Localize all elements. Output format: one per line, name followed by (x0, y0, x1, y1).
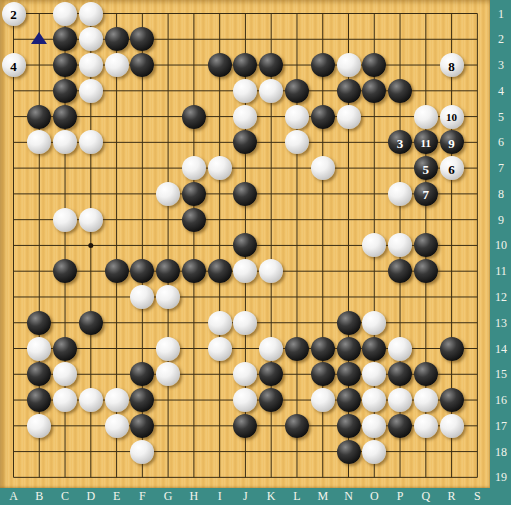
black-stone[interactable] (337, 388, 361, 412)
white-stone[interactable] (105, 53, 129, 77)
black-stone[interactable] (414, 259, 438, 283)
black-stone[interactable] (311, 362, 335, 386)
white-stone[interactable] (156, 285, 180, 309)
white-stone[interactable] (79, 27, 103, 51)
move-number-label: 7 (423, 188, 430, 201)
row-label-3: 3 (498, 59, 504, 71)
column-label-K: K (267, 490, 276, 502)
column-label-F: F (139, 490, 146, 502)
black-stone[interactable] (53, 79, 77, 103)
white-stone[interactable] (53, 388, 77, 412)
black-stone[interactable] (388, 414, 412, 438)
black-stone[interactable] (440, 388, 464, 412)
white-stone[interactable] (414, 105, 438, 129)
white-stone[interactable] (79, 130, 103, 154)
white-stone[interactable] (79, 2, 103, 26)
white-stone[interactable] (79, 208, 103, 232)
row-label-6: 6 (498, 136, 504, 148)
column-label-H: H (190, 490, 199, 502)
row-label-7: 7 (498, 162, 504, 174)
column-label-M: M (317, 490, 328, 502)
column-label-I: I (218, 490, 222, 502)
row-label-14: 14 (495, 343, 507, 355)
white-stone[interactable] (388, 182, 412, 206)
row-label-18: 18 (495, 446, 507, 458)
white-stone[interactable] (337, 105, 361, 129)
white-stone[interactable] (362, 311, 386, 335)
go-board-app: 248103119567 ABCDEFGHIJKLMNOPQRS 1234567… (0, 0, 511, 505)
white-stone[interactable] (208, 156, 232, 180)
white-stone[interactable] (105, 388, 129, 412)
white-stone[interactable] (414, 414, 438, 438)
white-stone[interactable] (130, 440, 154, 464)
black-stone[interactable]: 5 (414, 156, 438, 180)
black-stone[interactable] (362, 79, 386, 103)
column-label-R: R (448, 490, 456, 502)
black-stone[interactable] (182, 105, 206, 129)
black-stone[interactable] (208, 53, 232, 77)
black-stone[interactable] (105, 259, 129, 283)
black-stone[interactable] (337, 414, 361, 438)
white-stone[interactable] (388, 388, 412, 412)
black-stone[interactable] (337, 362, 361, 386)
column-label-D: D (86, 490, 95, 502)
column-label-J: J (243, 490, 248, 502)
move-number-label: 2 (10, 8, 17, 21)
black-stone[interactable] (388, 79, 412, 103)
black-stone[interactable] (337, 337, 361, 361)
move-number-label: 6 (448, 162, 455, 175)
move-number-label: 5 (423, 162, 430, 175)
black-stone[interactable]: 11 (414, 130, 438, 154)
row-label-9: 9 (498, 214, 504, 226)
white-stone[interactable] (156, 182, 180, 206)
black-stone[interactable] (79, 311, 103, 335)
row-label-16: 16 (495, 394, 507, 406)
white-stone[interactable] (79, 79, 103, 103)
move-number-label: 3 (397, 136, 404, 149)
row-label-13: 13 (495, 317, 507, 329)
black-stone[interactable] (105, 27, 129, 51)
row-label-5: 5 (498, 111, 504, 123)
black-stone[interactable] (337, 79, 361, 103)
row-label-10: 10 (495, 239, 507, 251)
black-stone[interactable] (285, 337, 309, 361)
white-stone[interactable] (182, 156, 206, 180)
column-label-G: G (164, 490, 173, 502)
white-stone[interactable] (53, 2, 77, 26)
black-stone[interactable] (27, 311, 51, 335)
white-stone[interactable] (27, 337, 51, 361)
column-label-Q: Q (421, 490, 430, 502)
row-label-15: 15 (495, 368, 507, 380)
move-number-label: 4 (10, 59, 17, 72)
white-stone[interactable] (208, 337, 232, 361)
column-label-E: E (113, 490, 120, 502)
row-label-8: 8 (498, 188, 504, 200)
white-stone[interactable] (414, 388, 438, 412)
column-label-C: C (61, 490, 69, 502)
row-label-19: 19 (495, 471, 507, 483)
black-stone[interactable] (285, 414, 309, 438)
black-stone[interactable]: 9 (440, 130, 464, 154)
column-labels: ABCDEFGHIJKLMNOPQRS (0, 488, 511, 505)
white-stone[interactable] (79, 53, 103, 77)
triangle-marker (31, 32, 47, 44)
white-stone[interactable] (337, 53, 361, 77)
star-point (88, 243, 93, 248)
white-stone[interactable] (440, 414, 464, 438)
white-stone[interactable] (79, 388, 103, 412)
row-labels: 12345678910111213141516171819 (490, 0, 511, 488)
white-stone[interactable] (388, 337, 412, 361)
white-stone[interactable] (362, 440, 386, 464)
row-label-11: 11 (495, 265, 507, 277)
black-stone[interactable]: 7 (414, 182, 438, 206)
row-label-17: 17 (495, 420, 507, 432)
black-stone[interactable] (440, 337, 464, 361)
column-label-B: B (35, 490, 43, 502)
white-stone[interactable] (53, 208, 77, 232)
black-stone[interactable] (53, 53, 77, 77)
white-stone[interactable]: 4 (2, 53, 26, 77)
row-label-4: 4 (498, 85, 504, 97)
black-stone[interactable] (414, 362, 438, 386)
column-label-L: L (293, 490, 300, 502)
move-number-label: 10 (446, 112, 457, 123)
goban[interactable]: 248103119567 (0, 0, 490, 488)
column-label-S: S (474, 490, 481, 502)
column-label-P: P (397, 490, 404, 502)
white-stone[interactable] (156, 337, 180, 361)
black-stone[interactable] (208, 259, 232, 283)
white-stone[interactable] (259, 79, 283, 103)
white-stone[interactable] (311, 388, 335, 412)
black-stone[interactable] (337, 311, 361, 335)
white-stone[interactable]: 6 (440, 156, 464, 180)
black-stone[interactable] (362, 337, 386, 361)
white-stone[interactable] (27, 414, 51, 438)
white-stone[interactable] (208, 311, 232, 335)
white-stone[interactable] (259, 337, 283, 361)
black-stone[interactable] (130, 414, 154, 438)
move-number-label: 11 (421, 137, 431, 148)
white-stone[interactable] (285, 105, 309, 129)
white-stone[interactable]: 8 (440, 53, 464, 77)
column-label-N: N (344, 490, 353, 502)
row-label-2: 2 (498, 33, 504, 45)
white-stone[interactable] (233, 311, 257, 335)
row-label-12: 12 (495, 291, 507, 303)
row-label-1: 1 (498, 8, 504, 20)
move-number-label: 9 (448, 136, 455, 149)
black-stone[interactable] (27, 105, 51, 129)
black-stone[interactable] (311, 337, 335, 361)
move-number-label: 8 (448, 59, 455, 72)
white-stone[interactable] (362, 414, 386, 438)
black-stone[interactable] (53, 337, 77, 361)
black-stone[interactable] (182, 182, 206, 206)
column-label-A: A (9, 490, 18, 502)
black-stone[interactable] (285, 79, 309, 103)
white-stone[interactable]: 2 (2, 2, 26, 26)
black-stone[interactable] (311, 105, 335, 129)
white-stone[interactable] (311, 156, 335, 180)
black-stone[interactable] (182, 208, 206, 232)
black-stone[interactable] (53, 105, 77, 129)
white-stone[interactable] (105, 414, 129, 438)
black-stone[interactable] (337, 440, 361, 464)
column-label-O: O (370, 490, 379, 502)
black-stone[interactable] (182, 259, 206, 283)
black-stone[interactable] (311, 53, 335, 77)
white-stone[interactable]: 10 (440, 105, 464, 129)
white-stone[interactable] (233, 105, 257, 129)
